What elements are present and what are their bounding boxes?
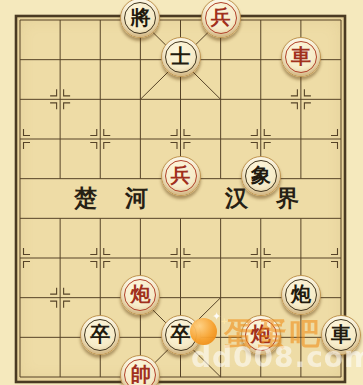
- piece-red-cannon-2[interactable]: 炮: [241, 315, 281, 355]
- xiangqi-board: 楚 河 汉 界 將兵士車兵象炮炮卒卒炮車帥 ✦ + 蛋蛋吧 dd008.com: [0, 0, 363, 385]
- piece-label: 炮: [251, 324, 271, 344]
- piece-label: 卒: [90, 324, 110, 344]
- piece-black-soldier-2[interactable]: 卒: [161, 315, 201, 355]
- piece-black-general[interactable]: 將: [120, 0, 160, 38]
- piece-label: 將: [130, 7, 150, 27]
- piece-label: 車: [291, 46, 311, 66]
- piece-label: 士: [171, 46, 191, 66]
- piece-label: 兵: [171, 165, 191, 185]
- piece-label: 炮: [291, 284, 311, 304]
- piece-red-cannon-1[interactable]: 炮: [120, 275, 160, 315]
- piece-label: 兵: [211, 7, 231, 27]
- piece-label: 卒: [171, 324, 191, 344]
- piece-black-soldier-1[interactable]: 卒: [80, 315, 120, 355]
- piece-black-cannon[interactable]: 炮: [281, 275, 321, 315]
- piece-black-advisor[interactable]: 士: [161, 37, 201, 77]
- piece-black-elephant[interactable]: 象: [241, 156, 281, 196]
- pieces-grid: 將兵士車兵象炮炮卒卒炮車帥: [0, 0, 363, 385]
- piece-label: 車: [331, 324, 351, 344]
- piece-red-chariot[interactable]: 車: [281, 37, 321, 77]
- piece-label: 象: [251, 165, 271, 185]
- piece-label: 炮: [130, 284, 150, 304]
- piece-red-soldier-1[interactable]: 兵: [201, 0, 241, 38]
- piece-red-general[interactable]: 帥: [120, 355, 160, 385]
- piece-black-chariot[interactable]: 車: [321, 315, 361, 355]
- piece-label: 帥: [130, 364, 150, 384]
- piece-red-soldier-2[interactable]: 兵: [161, 156, 201, 196]
